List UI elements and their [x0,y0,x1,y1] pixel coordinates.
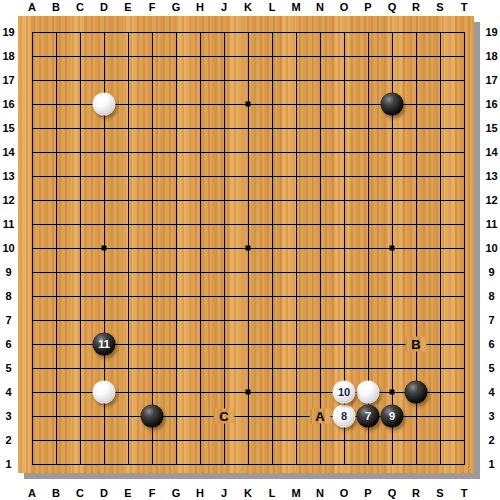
star-point-k16 [246,102,251,107]
bottom-coordinate-label-n: N [308,487,332,500]
right-row-label-3: 3 [483,409,500,423]
left-row-label-16: 16 [0,97,17,111]
right-row-label-1: 1 [483,457,500,471]
left-row-label-6: 6 [0,337,17,351]
point-marker-c[interactable]: C [214,409,235,424]
right-row-label-10: 10 [483,241,500,255]
grid-line-horizontal [32,440,465,441]
right-row-label-8: 8 [483,289,500,303]
go-board[interactable]: ABC7891011 [18,16,474,473]
right-row-label-4: 4 [483,385,500,399]
stone-move-number: 10 [333,381,356,404]
stone-black-p3[interactable]: 7 [357,405,380,428]
top-coordinate-label-t: T [452,1,476,14]
star-point-k10 [246,246,251,251]
top-coordinate-label-j: J [212,1,236,14]
right-row-label-16: 16 [483,97,500,111]
top-coordinate-label-c: C [68,1,92,14]
top-coordinate-label-r: R [404,1,428,14]
bottom-coordinate-label-m: M [284,487,308,500]
left-row-label-17: 17 [0,73,17,87]
right-row-label-19: 19 [483,25,500,39]
top-coordinate-label-e: E [116,1,140,14]
grid-line-horizontal [32,272,465,273]
point-marker-b[interactable]: B [406,337,427,352]
right-row-label-12: 12 [483,193,500,207]
bottom-coordinate-label-t: T [452,487,476,500]
stone-white-p4[interactable] [357,381,380,404]
left-row-label-5: 5 [0,361,17,375]
right-row-label-17: 17 [483,73,500,87]
right-row-label-18: 18 [483,49,500,63]
stone-black-q3[interactable]: 9 [381,405,404,428]
bottom-coordinate-label-o: O [332,487,356,500]
left-row-label-12: 12 [0,193,17,207]
top-coordinate-label-o: O [332,1,356,14]
star-point-k4 [246,390,251,395]
stone-white-d16[interactable] [93,93,116,116]
left-row-label-1: 1 [0,457,17,471]
grid-line-vertical [296,32,297,465]
left-row-label-13: 13 [0,169,17,183]
top-coordinate-label-f: F [140,1,164,14]
star-point-q10 [390,246,395,251]
left-row-label-14: 14 [0,145,17,159]
grid-line-vertical [464,32,465,465]
bottom-coordinate-label-j: J [212,487,236,500]
bottom-coordinate-label-p: P [356,487,380,500]
bottom-coordinate-label-r: R [404,487,428,500]
top-coordinate-label-s: S [428,1,452,14]
grid-line-vertical [320,32,321,465]
stone-black-f3[interactable] [141,405,164,428]
bottom-coordinate-label-a: A [20,487,44,500]
left-row-label-19: 19 [0,25,17,39]
right-row-label-14: 14 [483,145,500,159]
grid-line-vertical [272,32,273,465]
left-row-label-3: 3 [0,409,17,423]
right-row-label-5: 5 [483,361,500,375]
stone-move-number: 8 [333,405,356,428]
go-kifu-diagram: ABC7891011 AABBCCDDEEFFGGHHJJKKLLMMNNOOP… [0,0,500,500]
top-coordinate-label-p: P [356,1,380,14]
top-coordinate-label-d: D [92,1,116,14]
top-coordinate-label-l: L [260,1,284,14]
stone-black-q16[interactable] [381,93,404,116]
star-point-d10 [102,246,107,251]
right-row-label-2: 2 [483,433,500,447]
left-row-label-10: 10 [0,241,17,255]
grid-line-vertical [440,32,441,465]
star-point-q4 [390,390,395,395]
top-coordinate-label-n: N [308,1,332,14]
stone-move-number: 7 [357,405,380,428]
bottom-coordinate-label-h: H [188,487,212,500]
top-coordinate-label-a: A [20,1,44,14]
bottom-coordinate-label-f: F [140,487,164,500]
right-row-label-13: 13 [483,169,500,183]
top-coordinate-label-m: M [284,1,308,14]
grid-line-horizontal [32,464,465,465]
stone-black-d6[interactable]: 11 [93,333,116,356]
bottom-coordinate-label-c: C [68,487,92,500]
left-row-label-11: 11 [0,217,17,231]
stone-white-o3[interactable]: 8 [333,405,356,428]
stone-white-o4[interactable]: 10 [333,381,356,404]
grid-line-horizontal [32,320,465,321]
grid-line-horizontal [32,296,465,297]
bottom-coordinate-label-g: G [164,487,188,500]
left-row-label-9: 9 [0,265,17,279]
left-row-label-8: 8 [0,289,17,303]
stone-move-number: 11 [93,333,116,356]
bottom-coordinate-label-k: K [236,487,260,500]
right-row-label-11: 11 [483,217,500,231]
right-row-label-9: 9 [483,265,500,279]
right-row-label-15: 15 [483,121,500,135]
bottom-coordinate-label-b: B [44,487,68,500]
bottom-coordinate-label-s: S [428,487,452,500]
top-coordinate-label-g: G [164,1,188,14]
stone-white-d4[interactable] [93,381,116,404]
top-coordinate-label-k: K [236,1,260,14]
bottom-coordinate-label-q: Q [380,487,404,500]
bottom-coordinate-label-e: E [116,487,140,500]
left-row-label-7: 7 [0,313,17,327]
stone-black-r4[interactable] [405,381,428,404]
left-row-label-4: 4 [0,385,17,399]
left-row-label-18: 18 [0,49,17,63]
right-row-label-7: 7 [483,313,500,327]
top-coordinate-label-b: B [44,1,68,14]
left-row-label-15: 15 [0,121,17,135]
point-marker-a[interactable]: A [310,409,331,424]
top-coordinate-label-h: H [188,1,212,14]
grid-line-horizontal [32,368,465,369]
right-row-label-6: 6 [483,337,500,351]
bottom-coordinate-label-l: L [260,487,284,500]
top-coordinate-label-q: Q [380,1,404,14]
stone-move-number: 9 [381,405,404,428]
left-row-label-2: 2 [0,433,17,447]
bottom-coordinate-label-d: D [92,487,116,500]
